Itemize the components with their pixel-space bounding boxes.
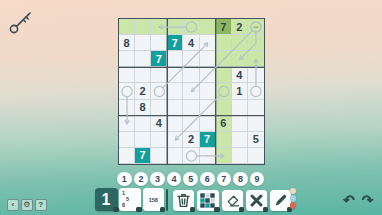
cell-r1c6[interactable] (200, 19, 216, 35)
cell-r1c1[interactable] (119, 19, 135, 35)
color-dot-3[interactable] (290, 202, 296, 208)
cell-r7c6[interactable] (200, 116, 216, 132)
cell-r2c1[interactable]: 8 (119, 35, 135, 51)
cell-r6c4[interactable] (167, 100, 183, 116)
cell-r5c8[interactable]: 1 (232, 83, 248, 99)
shortcut-badge (214, 207, 220, 213)
gear-icon: ⚙ (23, 200, 30, 209)
cell-r4c5[interactable] (183, 67, 199, 83)
cell-r8c7[interactable] (216, 132, 232, 148)
cell-r7c4[interactable] (167, 116, 183, 132)
cell-r4c4[interactable] (167, 67, 183, 83)
cell-r4c3[interactable] (151, 67, 167, 83)
cell-r2c5[interactable]: 4 (183, 35, 199, 51)
digit-button-6[interactable]: 6 (200, 172, 215, 187)
digit-button-4[interactable]: 4 (167, 172, 182, 187)
color-dot-1[interactable] (290, 188, 296, 194)
eraser-icon (224, 192, 241, 209)
corner-mark: 5 (126, 197, 129, 203)
sudoku-board: 7287474218462757 (118, 18, 265, 165)
eraser-button[interactable] (222, 190, 244, 212)
cell-r8c2[interactable] (135, 132, 151, 148)
cell-r7c1[interactable] (119, 116, 135, 132)
cell-r5c7[interactable] (216, 83, 232, 99)
history-group: ↶ ↷ (343, 192, 381, 208)
cell-r4c7[interactable] (216, 67, 232, 83)
cell-r8c5[interactable]: 2 (183, 132, 199, 148)
cell-r8c9[interactable]: 5 (248, 132, 264, 148)
app-window: 7287474218462757 123456789 1 1 5 8 158 (0, 0, 382, 215)
settings-button[interactable]: ⚙ (21, 199, 33, 211)
cell-r7c3[interactable]: 4 (151, 116, 167, 132)
digit-button-3[interactable]: 3 (150, 172, 165, 187)
cell-r1c8[interactable]: 2 (232, 19, 248, 35)
key-icon[interactable] (8, 8, 32, 35)
cell-grid: 7287474218462757 (119, 19, 264, 164)
shortcut-badge (136, 207, 142, 213)
cell-r5c1[interactable] (119, 83, 135, 99)
cell-r4c8[interactable]: 4 (232, 67, 248, 83)
cell-r6c5[interactable] (183, 100, 199, 116)
cell-r3c1[interactable] (119, 51, 135, 67)
cell-r2c6[interactable] (200, 35, 216, 51)
cell-r9c1[interactable] (119, 148, 135, 164)
cell-r9c9[interactable] (248, 148, 264, 164)
cell-r9c3[interactable] (151, 148, 167, 164)
mode-big-digit-label: 1 (102, 191, 111, 209)
delete-button[interactable] (173, 190, 195, 212)
mode-corner-marks-button[interactable]: 1 5 8 (119, 188, 141, 211)
cell-r5c4[interactable] (167, 83, 183, 99)
cell-r1c3[interactable] (151, 19, 167, 35)
cell-r9c2[interactable]: 7 (135, 148, 151, 164)
cell-r3c8[interactable] (232, 51, 248, 67)
cell-r6c7[interactable] (216, 100, 232, 116)
cell-r6c6[interactable] (200, 100, 216, 116)
cell-r7c8[interactable] (232, 116, 248, 132)
cell-r7c2[interactable] (135, 116, 151, 132)
cell-r1c9[interactable] (248, 19, 264, 35)
cell-r7c5[interactable] (183, 116, 199, 132)
pencil-icon (272, 192, 289, 209)
corner-mark: 8 (122, 203, 125, 209)
toolbar-divider (166, 189, 168, 211)
cell-r5c6[interactable] (200, 83, 216, 99)
cell-r4c2[interactable] (135, 67, 151, 83)
cell-r5c3[interactable] (151, 83, 167, 99)
cell-r3c4[interactable] (167, 51, 183, 67)
digit-button-7[interactable]: 7 (217, 172, 232, 187)
corner-mark: 1 (122, 191, 125, 197)
cell-r8c4[interactable] (167, 132, 183, 148)
shortcut-badge (113, 207, 119, 213)
cell-r7c9[interactable] (248, 116, 264, 132)
help-button[interactable]: ? (35, 199, 47, 211)
cell-r1c4[interactable] (167, 19, 183, 35)
cell-r6c8[interactable] (232, 100, 248, 116)
number-pad: 123456789 (117, 172, 266, 187)
digit-button-5[interactable]: 5 (183, 172, 198, 187)
cell-r8c1[interactable] (119, 132, 135, 148)
cell-r3c3[interactable]: 7 (151, 51, 167, 67)
cell-r2c7[interactable] (216, 35, 232, 51)
shortcut-badge (190, 207, 196, 213)
cell-r8c8[interactable] (232, 132, 248, 148)
cell-r4c1[interactable] (119, 67, 135, 83)
cell-r3c7[interactable] (216, 51, 232, 67)
color-dot-group (290, 188, 296, 209)
nav-group: ‹ ⚙ ? (7, 199, 47, 211)
cell-r5c5[interactable] (183, 83, 199, 99)
cell-r6c9[interactable] (248, 100, 264, 116)
mode-big-digit-button[interactable]: 1 (95, 188, 118, 211)
cell-r1c5[interactable] (183, 19, 199, 35)
cell-r2c2[interactable] (135, 35, 151, 51)
cell-r9c4[interactable] (167, 148, 183, 164)
digit-button-1[interactable]: 1 (117, 172, 132, 187)
shortcut-badge (239, 207, 245, 213)
cell-r7c7[interactable]: 6 (216, 116, 232, 132)
cell-r1c2[interactable] (135, 19, 151, 35)
cell-r2c3[interactable] (151, 35, 167, 51)
cell-r2c8[interactable] (232, 35, 248, 51)
color-button[interactable] (197, 190, 219, 212)
cell-r3c5[interactable] (183, 51, 199, 67)
cell-r3c2[interactable] (135, 51, 151, 67)
cell-r9c8[interactable] (232, 148, 248, 164)
cell-r2c9[interactable] (248, 35, 264, 51)
cell-r8c6[interactable]: 7 (200, 132, 216, 148)
shortcut-badge (263, 207, 269, 213)
cell-r6c1[interactable] (119, 100, 135, 116)
cell-r9c5[interactable] (183, 148, 199, 164)
cell-r4c9[interactable] (248, 67, 264, 83)
color-dot-2[interactable] (290, 195, 296, 201)
cross-icon (248, 192, 265, 209)
cell-r3c9[interactable] (248, 51, 264, 67)
cross-button[interactable] (246, 190, 268, 212)
trash-icon (175, 192, 192, 209)
cell-r2c4[interactable]: 7 (167, 35, 183, 51)
cell-r4c6[interactable] (200, 67, 216, 83)
shortcut-badge (160, 207, 166, 213)
undo-button[interactable]: ↶ (343, 192, 355, 208)
pen-button[interactable] (270, 190, 292, 212)
redo-button[interactable]: ↷ (362, 192, 374, 208)
cell-r8c3[interactable] (151, 132, 167, 148)
cell-r9c6[interactable] (200, 148, 216, 164)
back-icon: ‹ (11, 200, 14, 209)
help-icon: ? (38, 200, 43, 209)
digit-button-8[interactable]: 8 (233, 172, 248, 187)
center-marks-label: 158 (149, 197, 158, 203)
mode-center-marks-button[interactable]: 158 (143, 188, 165, 211)
color-grid-icon (200, 193, 215, 208)
cell-r6c3[interactable] (151, 100, 167, 116)
digit-button-2[interactable]: 2 (134, 172, 149, 187)
back-button[interactable]: ‹ (7, 199, 19, 211)
cell-r5c2[interactable]: 2 (135, 83, 151, 99)
cell-r1c7[interactable]: 7 (216, 19, 232, 35)
cell-r6c2[interactable]: 8 (135, 100, 151, 116)
cell-r3c6[interactable] (200, 51, 216, 67)
digit-button-9[interactable]: 9 (250, 172, 265, 187)
cell-r5c9[interactable] (248, 83, 264, 99)
cell-r9c7[interactable] (216, 148, 232, 164)
